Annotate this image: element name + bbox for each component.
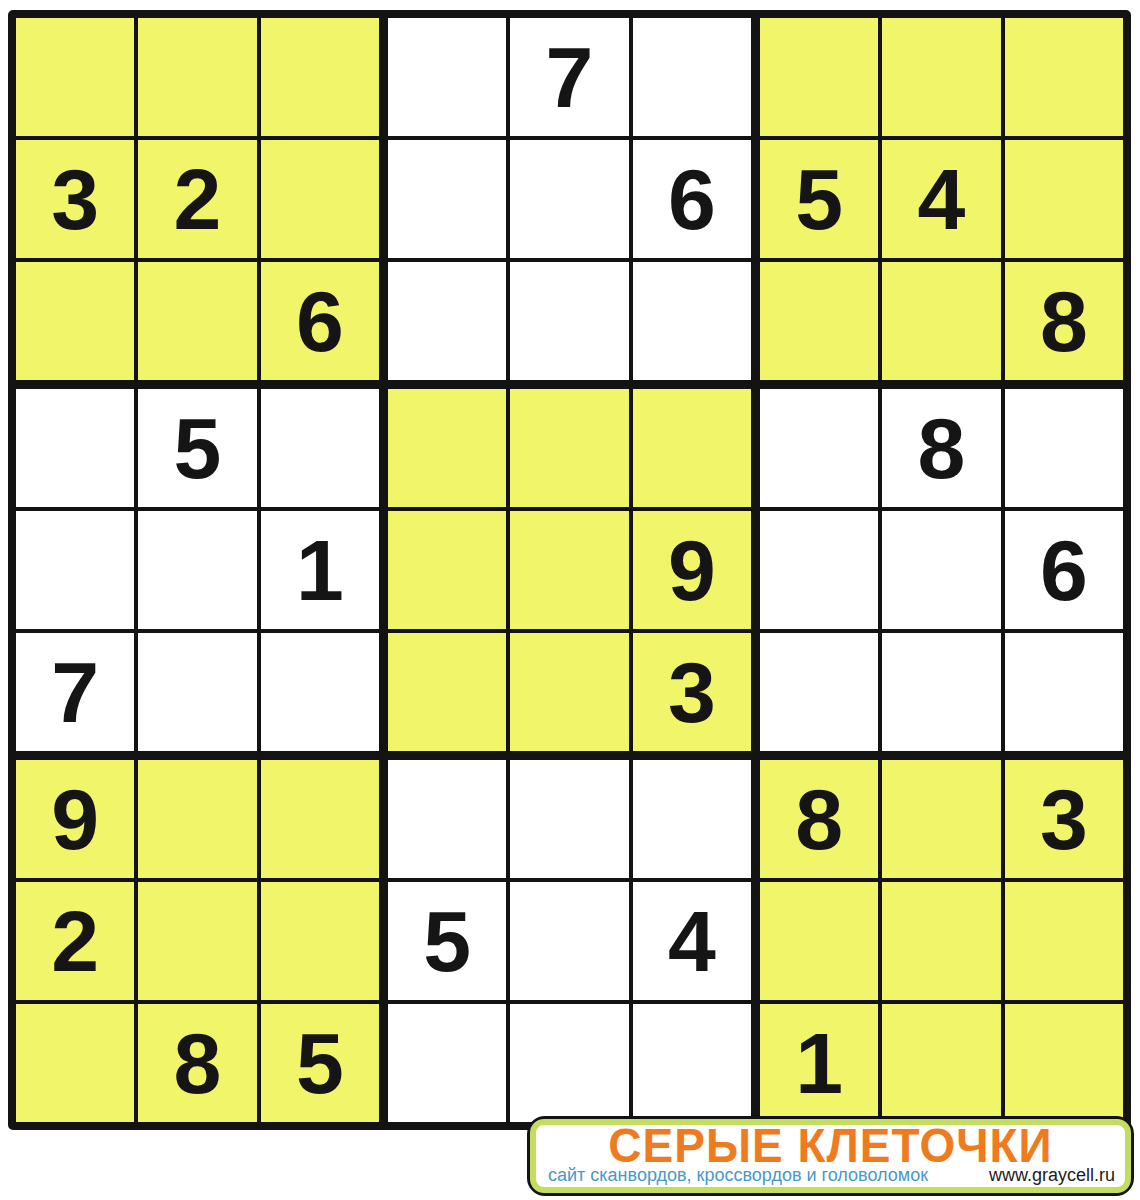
cell-r4c4[interactable] — [388, 389, 506, 507]
cell-r8c5[interactable] — [510, 882, 628, 1000]
cell-r2c3[interactable] — [261, 140, 379, 258]
cell-r7c6[interactable] — [633, 760, 751, 878]
cell-r2c9[interactable] — [1005, 140, 1123, 258]
cell-r2c1[interactable]: 3 — [16, 140, 134, 258]
cell-r6c8[interactable] — [882, 633, 1000, 751]
box-1: 326 — [16, 18, 379, 380]
box-8: 54 — [388, 760, 751, 1122]
cell-r6c1[interactable]: 7 — [16, 633, 134, 751]
cell-r3c3[interactable]: 6 — [261, 262, 379, 380]
cell-r3c2[interactable] — [138, 262, 256, 380]
logo-title: СЕРЫЕ КЛЕТОЧКИ — [536, 1124, 1125, 1167]
cell-r5c3[interactable]: 1 — [261, 511, 379, 629]
cell-r7c4[interactable] — [388, 760, 506, 878]
box-2: 76 — [388, 18, 751, 380]
cell-r9c8[interactable] — [882, 1004, 1000, 1122]
cell-r3c7[interactable] — [760, 262, 878, 380]
cell-r8c8[interactable] — [882, 882, 1000, 1000]
cell-r1c1[interactable] — [16, 18, 134, 136]
cell-r7c1[interactable]: 9 — [16, 760, 134, 878]
box-9: 831 — [760, 760, 1123, 1122]
cell-r5c2[interactable] — [138, 511, 256, 629]
cell-r4c7[interactable] — [760, 389, 878, 507]
cell-r3c1[interactable] — [16, 262, 134, 380]
cell-r1c8[interactable] — [882, 18, 1000, 136]
cell-r7c3[interactable] — [261, 760, 379, 878]
cell-r8c3[interactable] — [261, 882, 379, 1000]
cell-r1c9[interactable] — [1005, 18, 1123, 136]
cell-r8c6[interactable]: 4 — [633, 882, 751, 1000]
cell-r6c7[interactable] — [760, 633, 878, 751]
cell-r2c2[interactable]: 2 — [138, 140, 256, 258]
cell-r7c2[interactable] — [138, 760, 256, 878]
cell-r4c9[interactable] — [1005, 389, 1123, 507]
cell-r9c6[interactable] — [633, 1004, 751, 1122]
cell-r7c8[interactable] — [882, 760, 1000, 878]
cell-r5c1[interactable] — [16, 511, 134, 629]
cell-r8c7[interactable] — [760, 882, 878, 1000]
graycell-logo: СЕРЫЕ КЛЕТОЧКИ сайт сканвордов, кроссвор… — [527, 1116, 1134, 1196]
cell-r3c8[interactable] — [882, 262, 1000, 380]
cell-r2c4[interactable] — [388, 140, 506, 258]
box-5: 93 — [388, 389, 751, 751]
cell-r9c5[interactable] — [510, 1004, 628, 1122]
cell-r8c4[interactable]: 5 — [388, 882, 506, 1000]
cell-r1c5[interactable]: 7 — [510, 18, 628, 136]
cell-r6c2[interactable] — [138, 633, 256, 751]
cell-r4c2[interactable]: 5 — [138, 389, 256, 507]
cell-r7c5[interactable] — [510, 760, 628, 878]
cell-r5c7[interactable] — [760, 511, 878, 629]
cell-r9c3[interactable]: 5 — [261, 1004, 379, 1122]
cell-r4c8[interactable]: 8 — [882, 389, 1000, 507]
cell-r3c5[interactable] — [510, 262, 628, 380]
box-7: 9285 — [16, 760, 379, 1122]
cell-r8c1[interactable]: 2 — [16, 882, 134, 1000]
cell-r2c7[interactable]: 5 — [760, 140, 878, 258]
cell-r7c7[interactable]: 8 — [760, 760, 878, 878]
cell-r4c1[interactable] — [16, 389, 134, 507]
sudoku-board: 326765485179386928554831 — [8, 10, 1131, 1130]
cell-r1c2[interactable] — [138, 18, 256, 136]
cell-r2c8[interactable]: 4 — [882, 140, 1000, 258]
cell-r2c5[interactable] — [510, 140, 628, 258]
cell-r9c1[interactable] — [16, 1004, 134, 1122]
graycell-logo-panel: СЕРЫЕ КЛЕТОЧКИ сайт сканвордов, кроссвор… — [530, 1119, 1131, 1193]
cell-r4c3[interactable] — [261, 389, 379, 507]
cell-r7c9[interactable]: 3 — [1005, 760, 1123, 878]
cell-r1c4[interactable] — [388, 18, 506, 136]
cell-r4c6[interactable] — [633, 389, 751, 507]
cell-r9c4[interactable] — [388, 1004, 506, 1122]
cell-r1c6[interactable] — [633, 18, 751, 136]
cell-r3c6[interactable] — [633, 262, 751, 380]
box-3: 548 — [760, 18, 1123, 380]
cell-r1c3[interactable] — [261, 18, 379, 136]
cell-r5c9[interactable]: 6 — [1005, 511, 1123, 629]
cell-r6c5[interactable] — [510, 633, 628, 751]
cell-r5c6[interactable]: 9 — [633, 511, 751, 629]
cell-r5c5[interactable] — [510, 511, 628, 629]
cell-r9c2[interactable]: 8 — [138, 1004, 256, 1122]
cell-r3c9[interactable]: 8 — [1005, 262, 1123, 380]
cell-r6c6[interactable]: 3 — [633, 633, 751, 751]
box-4: 517 — [16, 389, 379, 751]
cell-r5c8[interactable] — [882, 511, 1000, 629]
cell-r9c9[interactable] — [1005, 1004, 1123, 1122]
cell-r2c6[interactable]: 6 — [633, 140, 751, 258]
cell-r3c4[interactable] — [388, 262, 506, 380]
cell-r8c2[interactable] — [138, 882, 256, 1000]
cell-r5c4[interactable] — [388, 511, 506, 629]
cell-r1c7[interactable] — [760, 18, 878, 136]
cell-r6c3[interactable] — [261, 633, 379, 751]
cell-r8c9[interactable] — [1005, 882, 1123, 1000]
cell-r9c7[interactable]: 1 — [760, 1004, 878, 1122]
box-6: 86 — [760, 389, 1123, 751]
cell-r6c9[interactable] — [1005, 633, 1123, 751]
cell-r4c5[interactable] — [510, 389, 628, 507]
cell-r6c4[interactable] — [388, 633, 506, 751]
